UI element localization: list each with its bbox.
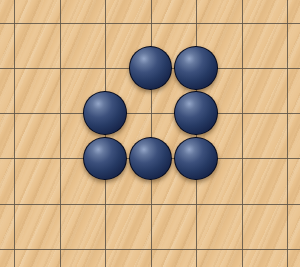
black-stone[interactable] [83, 91, 127, 135]
board-intersection[interactable] [173, 181, 219, 226]
board-intersection[interactable] [219, 90, 265, 135]
board-intersection[interactable] [264, 45, 300, 90]
board-grid [0, 0, 300, 267]
board-intersection[interactable] [173, 0, 219, 45]
black-stone[interactable] [129, 137, 173, 181]
board-intersection[interactable] [264, 226, 300, 267]
board-intersection[interactable] [264, 0, 300, 45]
board-intersection[interactable] [82, 181, 128, 226]
board-intersection[interactable] [173, 45, 219, 90]
board-intersection[interactable] [219, 226, 265, 267]
board-intersection[interactable] [37, 181, 83, 226]
board-intersection[interactable] [82, 90, 128, 135]
board-intersection[interactable] [219, 181, 265, 226]
board-intersection[interactable] [37, 226, 83, 267]
black-stone[interactable] [174, 91, 218, 135]
board-intersection[interactable] [128, 0, 174, 45]
board-intersection[interactable] [173, 136, 219, 181]
board-intersection[interactable] [173, 90, 219, 135]
board-intersection[interactable] [82, 45, 128, 90]
board-intersection[interactable] [0, 0, 37, 45]
board-intersection[interactable] [128, 45, 174, 90]
board-intersection[interactable] [264, 181, 300, 226]
black-stone[interactable] [83, 137, 127, 181]
black-stone[interactable] [174, 46, 218, 90]
go-board [0, 0, 300, 267]
board-intersection[interactable] [37, 45, 83, 90]
board-intersection[interactable] [0, 45, 37, 90]
board-intersection[interactable] [128, 181, 174, 226]
board-intersection[interactable] [37, 136, 83, 181]
board-intersection[interactable] [128, 90, 174, 135]
board-intersection[interactable] [0, 226, 37, 267]
board-intersection[interactable] [219, 136, 265, 181]
board-intersection[interactable] [82, 0, 128, 45]
board-intersection[interactable] [0, 181, 37, 226]
board-intersection[interactable] [0, 136, 37, 181]
board-intersection[interactable] [264, 136, 300, 181]
board-intersection[interactable] [37, 90, 83, 135]
black-stone[interactable] [174, 137, 218, 181]
board-intersection[interactable] [128, 226, 174, 267]
board-intersection[interactable] [219, 0, 265, 45]
board-intersection[interactable] [37, 0, 83, 45]
board-intersection[interactable] [173, 226, 219, 267]
board-intersection[interactable] [264, 90, 300, 135]
board-intersection[interactable] [0, 90, 37, 135]
board-intersection[interactable] [128, 136, 174, 181]
board-intersection[interactable] [82, 226, 128, 267]
board-intersection[interactable] [82, 136, 128, 181]
black-stone[interactable] [129, 46, 173, 90]
board-intersection[interactable] [219, 45, 265, 90]
